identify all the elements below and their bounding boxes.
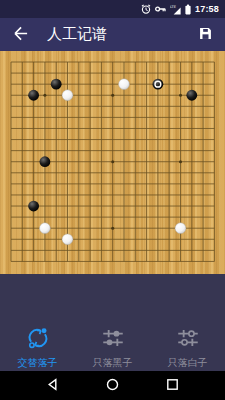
mode-white-only-button[interactable]: 只落白子 <box>150 320 225 371</box>
svg-text:LTE: LTE <box>170 5 177 9</box>
go-board-svg <box>0 51 225 274</box>
star-point <box>179 94 182 97</box>
key-icon <box>155 5 166 13</box>
save-button[interactable] <box>196 24 215 46</box>
android-home-button[interactable] <box>106 378 119 394</box>
mode-alternate-label: 交替落子 <box>18 356 58 370</box>
android-nav-bar <box>0 371 225 400</box>
star-point <box>179 160 182 163</box>
star-point <box>111 227 114 230</box>
black-stone <box>186 90 197 101</box>
white-stone <box>40 223 51 234</box>
white-stone <box>62 90 73 101</box>
white-stone <box>119 79 130 90</box>
app-screen: LTE 17:58 人工记谱 <box>0 0 225 400</box>
move-controls <box>0 274 225 320</box>
black-stones-only-tune-icon <box>100 325 126 354</box>
battery-icon <box>185 4 191 15</box>
android-back-icon <box>46 378 59 394</box>
mode-white-only-label: 只落白子 <box>168 356 208 370</box>
page-title: 人工记谱 <box>47 25 196 44</box>
status-bar: LTE 17:58 <box>0 0 225 18</box>
clock-time: 17:58 <box>195 4 219 14</box>
android-back-button[interactable] <box>46 378 59 394</box>
alarm-icon <box>141 4 151 14</box>
star-point <box>111 160 114 163</box>
mode-button-row: 交替落子 只落黑子 只落白子 <box>0 320 225 371</box>
star-point <box>111 94 114 97</box>
lte-signal-icon: LTE <box>170 4 181 15</box>
black-stone <box>153 79 164 90</box>
black-stone <box>40 156 51 167</box>
star-point <box>43 94 46 97</box>
white-stone <box>175 223 186 234</box>
black-stone <box>28 90 39 101</box>
mode-black-only-button[interactable]: 只落黑子 <box>75 320 150 371</box>
android-home-icon <box>106 378 119 394</box>
black-stone <box>51 79 62 90</box>
back-arrow-icon <box>12 25 29 45</box>
white-stones-only-tune-icon <box>175 325 201 354</box>
white-stone <box>62 234 73 245</box>
android-recents-icon <box>166 378 179 394</box>
black-stone <box>28 201 39 212</box>
back-button[interactable] <box>10 23 31 47</box>
mode-black-only-label: 只落黑子 <box>93 356 133 370</box>
save-icon <box>198 26 213 44</box>
android-recents-button[interactable] <box>166 378 179 394</box>
go-board[interactable] <box>0 51 225 274</box>
alternate-play-cycle-icon <box>25 325 51 354</box>
toolbar: 人工记谱 <box>0 18 225 51</box>
mode-alternate-button[interactable]: 交替落子 <box>0 320 75 371</box>
